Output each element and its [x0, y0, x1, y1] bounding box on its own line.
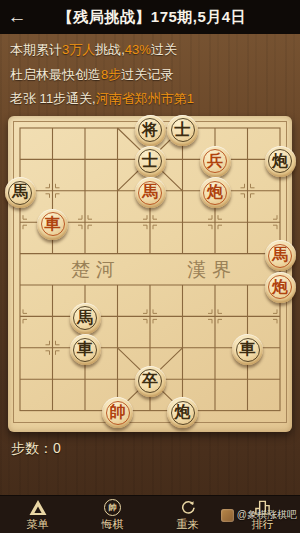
menu-icon [28, 499, 48, 516]
challenge-info: 本期累计3万人挑战,43%过关 杜启林最快创造8步过关记录 老张 11步通关,河… [10, 38, 296, 112]
watermark: @象棋涨棋吧 [221, 508, 297, 522]
undo-icon: 帥 [104, 499, 121, 516]
restart-icon [179, 499, 197, 516]
piece-red-馬[interactable]: 馬 [265, 240, 296, 271]
piece-black-馬[interactable]: 馬 [70, 303, 101, 334]
header-bar: ← 【残局挑战】175期,5月4日 [0, 0, 300, 34]
piece-black-馬[interactable]: 馬 [5, 177, 36, 208]
nav-menu-button[interactable]: 菜单 [0, 496, 75, 533]
piece-black-士[interactable]: 士 [167, 115, 198, 146]
piece-black-車[interactable]: 車 [232, 334, 263, 365]
piece-black-車[interactable]: 車 [70, 334, 101, 365]
info-line-3: 老张 11步通关,河南省郑州市第1 [10, 87, 296, 112]
step-counter: 步数：0 [11, 440, 61, 458]
nav-restart-button[interactable]: 重来 [150, 496, 225, 533]
info-line-2: 杜启林最快创造8步过关记录 [10, 63, 296, 88]
piece-red-帥[interactable]: 帥 [102, 397, 133, 428]
back-arrow-icon[interactable]: ← [0, 0, 34, 34]
app-screen: ← 【残局挑战】175期,5月4日 本期累计3万人挑战,43%过关 杜启林最快创… [0, 0, 300, 533]
piece-red-兵[interactable]: 兵 [200, 146, 231, 177]
piece-red-炮[interactable]: 炮 [265, 272, 296, 303]
step-count-value: 0 [53, 440, 61, 456]
piece-black-将[interactable]: 将 [135, 115, 166, 146]
piece-red-馬[interactable]: 馬 [135, 177, 166, 208]
xiangqi-board[interactable]: 楚 河 漢 界 将士士兵炮馬馬炮車馬炮馬車車卒帥炮 [8, 116, 292, 432]
piece-red-車[interactable]: 車 [37, 209, 68, 240]
nav-undo-button[interactable]: 帥 悔棋 [75, 496, 150, 533]
piece-black-卒[interactable]: 卒 [135, 366, 166, 397]
pieces-layer: 将士士兵炮馬馬炮車馬炮馬車車卒帥炮 [8, 116, 292, 432]
piece-black-士[interactable]: 士 [135, 146, 166, 177]
piece-black-炮[interactable]: 炮 [265, 146, 296, 177]
page-title: 【残局挑战】175期,5月4日 [34, 8, 300, 27]
piece-red-炮[interactable]: 炮 [200, 177, 231, 208]
watermark-badge-icon [221, 509, 234, 522]
piece-black-炮[interactable]: 炮 [167, 397, 198, 428]
info-line-1: 本期累计3万人挑战,43%过关 [10, 38, 296, 63]
watermark-text: @象棋涨棋吧 [237, 508, 297, 522]
